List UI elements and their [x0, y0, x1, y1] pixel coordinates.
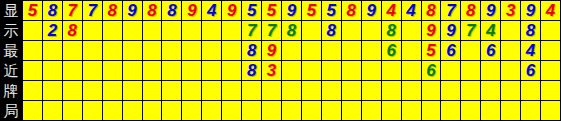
cell-r4c3	[63, 61, 82, 80]
cell-r1c10: 4	[202, 1, 221, 20]
title-char-1: 示	[4, 23, 19, 38]
cell-r3c24: 6	[481, 41, 500, 60]
cell-r6c19	[382, 101, 401, 120]
cell-r2c1	[23, 21, 42, 40]
cell-r5c14	[282, 81, 301, 100]
cell-r5c13	[262, 81, 281, 100]
cell-r6c15	[302, 101, 321, 120]
cell-r6c11	[222, 101, 241, 120]
cell-r3c23	[461, 41, 480, 60]
cell-r2c10	[202, 21, 221, 40]
title-char-2: 最	[4, 43, 19, 58]
title-char-0: 显	[4, 3, 19, 18]
cell-r6c16	[322, 101, 341, 120]
cell-r6c12	[242, 101, 261, 120]
cell-r6c26	[521, 101, 540, 120]
cell-r3c14	[282, 41, 301, 60]
cell-r4c5	[103, 61, 122, 80]
cell-r5c25	[501, 81, 520, 100]
cell-r4c2	[43, 61, 62, 80]
cell-r4c20	[402, 61, 421, 80]
cell-r4c18	[362, 61, 381, 80]
cell-r4c27	[541, 61, 560, 80]
cell-r2c22: 9	[441, 21, 460, 40]
cell-r3c20	[402, 41, 421, 60]
cell-r4c23	[461, 61, 480, 80]
cell-r6c25	[501, 101, 520, 120]
cell-r5c9	[182, 81, 201, 100]
cell-r6c1	[23, 101, 42, 120]
cell-r3c21: 5	[422, 41, 441, 60]
cell-r2c24: 4	[481, 21, 500, 40]
cell-r5c1	[23, 81, 42, 100]
cell-r4c22	[441, 61, 460, 80]
cell-r3c8	[162, 41, 181, 60]
cell-r5c12	[242, 81, 261, 100]
cell-r2c27	[541, 21, 560, 40]
cell-r5c24	[481, 81, 500, 100]
cell-r6c22	[441, 101, 460, 120]
cell-r5c8	[162, 81, 181, 100]
cell-r4c8	[162, 61, 181, 80]
cell-r5c7	[143, 81, 162, 100]
cell-r4c9	[182, 61, 201, 80]
cell-r4c17	[342, 61, 361, 80]
cell-r2c16: 8	[322, 21, 341, 40]
cell-r2c3: 8	[63, 21, 82, 40]
cell-r1c25: 3	[501, 1, 520, 20]
cell-r5c3	[63, 81, 82, 100]
cell-r4c10	[202, 61, 221, 80]
cell-r1c15: 5	[302, 1, 321, 20]
cell-r6c5	[103, 101, 122, 120]
cell-r2c9	[182, 21, 201, 40]
cell-r6c24	[481, 101, 500, 120]
cell-r4c6	[123, 61, 142, 80]
cell-r4c21: 6	[422, 61, 441, 80]
cell-r2c25	[501, 21, 520, 40]
cell-r6c27	[541, 101, 560, 120]
cell-r4c24	[481, 61, 500, 80]
cell-r1c11: 9	[222, 1, 241, 20]
cell-r2c4	[83, 21, 102, 40]
cell-r2c20	[402, 21, 421, 40]
cell-r3c3	[63, 41, 82, 60]
cell-r5c19	[382, 81, 401, 100]
cell-r2c2: 2	[43, 21, 62, 40]
cell-r4c13: 3	[262, 61, 281, 80]
cell-r1c20: 4	[402, 1, 421, 20]
cell-r2c19: 8	[382, 21, 401, 40]
cell-r1c24: 9	[481, 1, 500, 20]
cell-r3c6	[123, 41, 142, 60]
cell-r1c27: 4	[541, 1, 560, 20]
cell-r1c16: 5	[322, 1, 341, 20]
cell-r4c15	[302, 61, 321, 80]
cell-r6c20	[402, 101, 421, 120]
cell-r3c17	[342, 41, 361, 60]
cell-r6c4	[83, 101, 102, 120]
cell-r5c21	[422, 81, 441, 100]
cell-r3c5	[103, 41, 122, 60]
cell-r6c18	[362, 101, 381, 120]
cell-r5c18	[362, 81, 381, 100]
cell-r1c26: 9	[521, 1, 540, 20]
cell-r6c2	[43, 101, 62, 120]
cell-r3c27	[541, 41, 560, 60]
cell-r2c12: 7	[242, 21, 261, 40]
cell-r1c2: 8	[43, 1, 62, 20]
cell-r6c6	[123, 101, 142, 120]
cell-r5c23	[461, 81, 480, 100]
cell-r3c10	[202, 41, 221, 60]
cell-r1c23: 8	[461, 1, 480, 20]
cell-r1c13: 5	[262, 1, 281, 20]
cell-r2c21: 9	[422, 21, 441, 40]
cell-r5c5	[103, 81, 122, 100]
cell-r1c21: 8	[422, 1, 441, 20]
cell-r4c14	[282, 61, 301, 80]
cell-r1c12: 5	[242, 1, 261, 20]
cell-r1c18: 9	[362, 1, 381, 20]
cell-r3c15	[302, 41, 321, 60]
cell-r5c22	[441, 81, 460, 100]
cell-r5c6	[123, 81, 142, 100]
title-char-4: 牌	[4, 83, 19, 98]
cell-r3c1	[23, 41, 42, 60]
cell-r1c1: 5	[23, 1, 42, 20]
cell-r2c15	[302, 21, 321, 40]
cell-r4c11	[222, 61, 241, 80]
cell-r6c10	[202, 101, 221, 120]
cell-r2c23: 7	[461, 21, 480, 40]
cell-r6c8	[162, 101, 181, 120]
cell-r3c13: 9	[262, 41, 281, 60]
cell-r3c11	[222, 41, 241, 60]
cell-r2c26: 8	[521, 21, 540, 40]
results-grid: 5877898894955955894487893942877888997488…	[22, 0, 561, 121]
cell-r3c19: 6	[382, 41, 401, 60]
cell-r5c26	[521, 81, 540, 100]
cell-r1c14: 9	[282, 1, 301, 20]
title-char-5: 局	[4, 103, 19, 118]
cell-r3c26: 4	[521, 41, 540, 60]
cell-r1c8: 8	[162, 1, 181, 20]
cell-r1c17: 8	[342, 1, 361, 20]
cell-r3c22: 6	[441, 41, 460, 60]
cell-r3c25	[501, 41, 520, 60]
title-char-3: 近	[4, 63, 19, 78]
cell-r2c18	[362, 21, 381, 40]
cell-r5c27	[541, 81, 560, 100]
cell-r6c23	[461, 101, 480, 120]
cell-r3c4	[83, 41, 102, 60]
board-title-vertical: 显示最近牌局	[0, 0, 22, 121]
cell-r4c12: 8	[242, 61, 261, 80]
cell-r3c2	[43, 41, 62, 60]
cell-r5c17	[342, 81, 361, 100]
cell-r4c19	[382, 61, 401, 80]
cell-r1c5: 8	[103, 1, 122, 20]
cell-r1c7: 8	[143, 1, 162, 20]
cell-r4c4	[83, 61, 102, 80]
cell-r2c14: 8	[282, 21, 301, 40]
cell-r4c7	[143, 61, 162, 80]
cell-r6c13	[262, 101, 281, 120]
cell-r3c9	[182, 41, 201, 60]
cell-r1c3: 7	[63, 1, 82, 20]
cell-r1c19: 4	[382, 1, 401, 20]
cell-r2c6	[123, 21, 142, 40]
cell-r1c6: 9	[123, 1, 142, 20]
cell-r6c21	[422, 101, 441, 120]
cell-r5c11	[222, 81, 241, 100]
cell-r5c4	[83, 81, 102, 100]
cell-r5c20	[402, 81, 421, 100]
cell-r2c5	[103, 21, 122, 40]
cell-r4c26: 6	[521, 61, 540, 80]
cell-r2c17	[342, 21, 361, 40]
cell-r2c11	[222, 21, 241, 40]
cell-r4c25	[501, 61, 520, 80]
cell-r4c1	[23, 61, 42, 80]
cell-r4c16	[322, 61, 341, 80]
cell-r1c4: 7	[83, 1, 102, 20]
cell-r3c12: 8	[242, 41, 261, 60]
cell-r6c9	[182, 101, 201, 120]
cell-r6c17	[342, 101, 361, 120]
cell-r5c16	[322, 81, 341, 100]
cell-r6c3	[63, 101, 82, 120]
cell-r2c8	[162, 21, 181, 40]
cell-r5c10	[202, 81, 221, 100]
cell-r1c9: 9	[182, 1, 201, 20]
cell-r5c2	[43, 81, 62, 100]
cell-r6c14	[282, 101, 301, 120]
cell-r3c16	[322, 41, 341, 60]
cell-r3c18	[362, 41, 381, 60]
cell-r6c7	[143, 101, 162, 120]
cell-r1c22: 7	[441, 1, 460, 20]
recent-games-board: 显示最近牌局 587789889495595589448789394287788…	[0, 0, 561, 121]
cell-r3c7	[143, 41, 162, 60]
cell-r2c13: 7	[262, 21, 281, 40]
cell-r5c15	[302, 81, 321, 100]
cell-r2c7	[143, 21, 162, 40]
